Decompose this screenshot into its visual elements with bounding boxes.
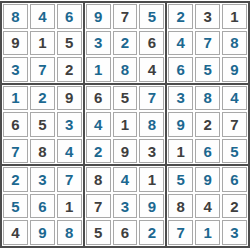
cell-r2c7[interactable]: 4 [168,31,193,56]
sudoku-board-wrapper: 846915372 975326184 231478659 129653784 … [0,0,250,248]
cell-r8c3[interactable]: 1 [57,194,82,219]
cell-r7c7[interactable]: 5 [168,167,193,192]
cell-r6c4[interactable]: 2 [86,139,111,164]
cell-r9c3[interactable]: 8 [57,220,82,245]
cell-r8c2[interactable]: 6 [30,194,55,219]
cell-r9c5[interactable]: 6 [113,220,138,245]
sudoku-box-4: 129653784 [1,84,84,166]
cell-r6c9[interactable]: 5 [222,139,247,164]
cell-r7c6[interactable]: 1 [139,167,164,192]
cell-r8c1[interactable]: 5 [3,194,28,219]
sudoku-box-6: 384927165 [166,84,249,166]
cell-r9c9[interactable]: 3 [222,220,247,245]
cell-r5c2[interactable]: 5 [30,112,55,137]
cell-r3c9[interactable]: 9 [222,57,247,82]
cell-r7c8[interactable]: 9 [195,167,220,192]
cell-r1c5[interactable]: 7 [113,4,138,29]
sudoku-box-8: 841739562 [84,165,167,247]
cell-r6c1[interactable]: 7 [3,139,28,164]
cell-r3c1[interactable]: 3 [3,57,28,82]
cell-r7c2[interactable]: 3 [30,167,55,192]
sudoku-box-9: 596842713 [166,165,249,247]
cell-r9c6[interactable]: 2 [139,220,164,245]
cell-r6c3[interactable]: 4 [57,139,82,164]
cell-r5c4[interactable]: 4 [86,112,111,137]
cell-r4c4[interactable]: 6 [86,86,111,111]
cell-r3c5[interactable]: 8 [113,57,138,82]
cell-r8c8[interactable]: 4 [195,194,220,219]
cell-r9c7[interactable]: 7 [168,220,193,245]
sudoku-box-1: 846915372 [1,2,84,84]
cell-r6c8[interactable]: 6 [195,139,220,164]
cell-r2c3[interactable]: 5 [57,31,82,56]
cell-r4c5[interactable]: 5 [113,86,138,111]
cell-r7c1[interactable]: 2 [3,167,28,192]
cell-r5c7[interactable]: 9 [168,112,193,137]
cell-r5c5[interactable]: 1 [113,112,138,137]
cell-r3c7[interactable]: 6 [168,57,193,82]
cell-r8c6[interactable]: 9 [139,194,164,219]
cell-r2c6[interactable]: 6 [139,31,164,56]
cell-r8c7[interactable]: 8 [168,194,193,219]
cell-r4c1[interactable]: 1 [3,86,28,111]
cell-r3c2[interactable]: 7 [30,57,55,82]
cell-r7c5[interactable]: 4 [113,167,138,192]
cell-r2c2[interactable]: 1 [30,31,55,56]
cell-r2c4[interactable]: 3 [86,31,111,56]
cell-r9c4[interactable]: 5 [86,220,111,245]
cell-r1c9[interactable]: 1 [222,4,247,29]
cell-r8c5[interactable]: 3 [113,194,138,219]
cell-r9c1[interactable]: 4 [3,220,28,245]
cell-r4c2[interactable]: 2 [30,86,55,111]
cell-r1c4[interactable]: 9 [86,4,111,29]
cell-r3c8[interactable]: 5 [195,57,220,82]
cell-r9c8[interactable]: 1 [195,220,220,245]
cell-r8c4[interactable]: 7 [86,194,111,219]
cell-r5c6[interactable]: 8 [139,112,164,137]
cell-r1c2[interactable]: 4 [30,4,55,29]
sudoku-box-3: 231478659 [166,2,249,84]
sudoku-box-5: 657418293 [84,84,167,166]
cell-r6c6[interactable]: 3 [139,139,164,164]
cell-r3c6[interactable]: 4 [139,57,164,82]
cell-r6c5[interactable]: 9 [113,139,138,164]
sudoku-box-2: 975326184 [84,2,167,84]
cell-r5c3[interactable]: 3 [57,112,82,137]
cell-r4c7[interactable]: 3 [168,86,193,111]
cell-r1c1[interactable]: 8 [3,4,28,29]
cell-r2c9[interactable]: 8 [222,31,247,56]
cell-r4c8[interactable]: 8 [195,86,220,111]
sudoku-box-7: 237561498 [1,165,84,247]
cell-r1c7[interactable]: 2 [168,4,193,29]
cell-r4c9[interactable]: 4 [222,86,247,111]
cell-r7c4[interactable]: 8 [86,167,111,192]
cell-r2c1[interactable]: 9 [3,31,28,56]
sudoku-board: 846915372 975326184 231478659 129653784 … [0,1,250,248]
cell-r7c9[interactable]: 6 [222,167,247,192]
cell-r6c7[interactable]: 1 [168,139,193,164]
cell-r3c3[interactable]: 2 [57,57,82,82]
cell-r1c6[interactable]: 5 [139,4,164,29]
cell-r3c4[interactable]: 1 [86,57,111,82]
cell-r5c1[interactable]: 6 [3,112,28,137]
cell-r5c9[interactable]: 7 [222,112,247,137]
cell-r1c3[interactable]: 6 [57,4,82,29]
cell-r4c3[interactable]: 9 [57,86,82,111]
cell-r2c8[interactable]: 7 [195,31,220,56]
cell-r2c5[interactable]: 2 [113,31,138,56]
cell-r4c6[interactable]: 7 [139,86,164,111]
cell-r6c2[interactable]: 8 [30,139,55,164]
cell-r8c9[interactable]: 2 [222,194,247,219]
cell-r7c3[interactable]: 7 [57,167,82,192]
cell-r9c2[interactable]: 9 [30,220,55,245]
cell-r5c8[interactable]: 2 [195,112,220,137]
cell-r1c8[interactable]: 3 [195,4,220,29]
